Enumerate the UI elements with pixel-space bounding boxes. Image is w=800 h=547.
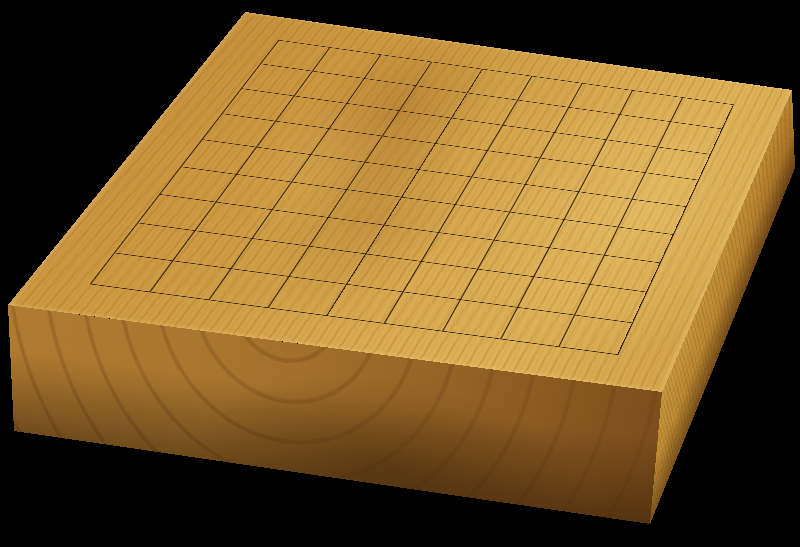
shogi-grid (90, 40, 734, 355)
product-photo-background (0, 0, 800, 547)
